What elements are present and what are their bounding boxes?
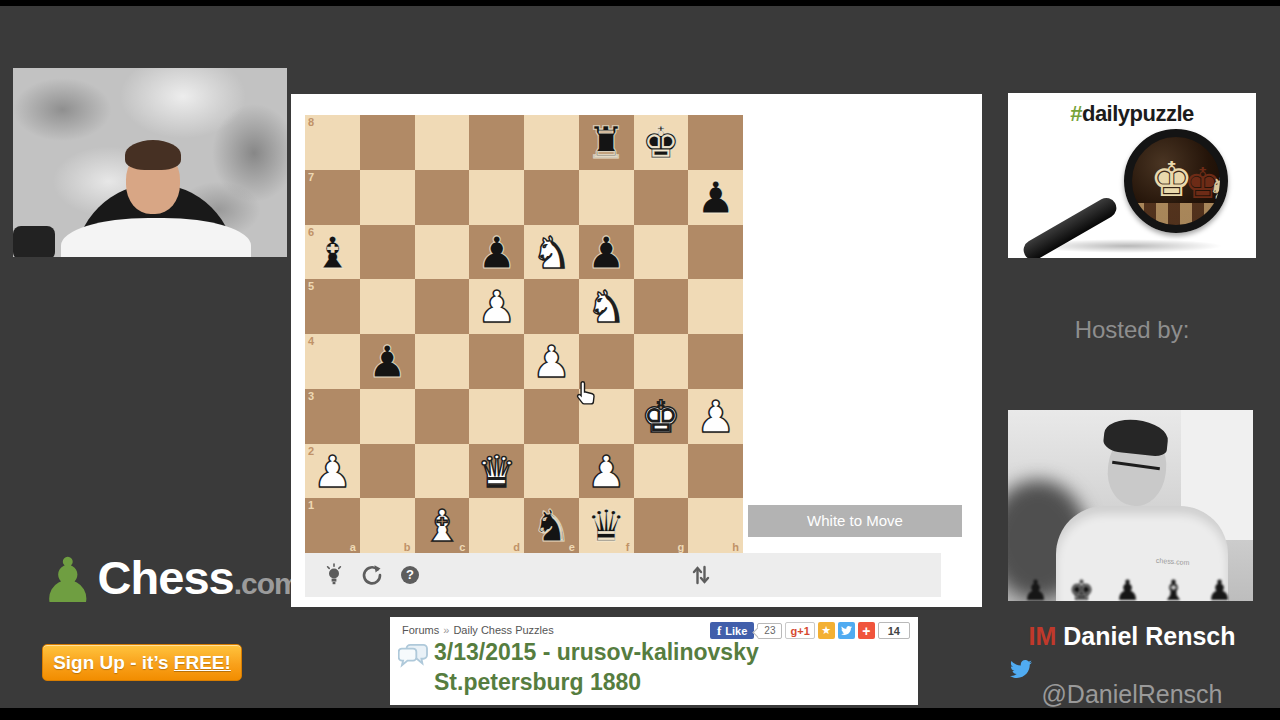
file-label-g: g (678, 541, 685, 553)
signup-label: Sign Up - it’s (53, 652, 174, 673)
dailypuzzle-text: dailypuzzle (1082, 101, 1194, 126)
square-f6[interactable]: ♟ (579, 225, 634, 280)
square-b7[interactable] (360, 170, 415, 225)
square-g1[interactable]: g (634, 498, 689, 553)
letterbox-bottom (0, 708, 1280, 720)
piece-black-pawn-f6[interactable]: ♟ (579, 225, 634, 280)
facebook-f-icon: f (717, 623, 721, 639)
breadcrumb-separator: » (443, 624, 449, 636)
webcam-video (13, 68, 287, 257)
host-photo: chess.com ♟ ♚ ♟ ♝ ♟ (1008, 410, 1253, 601)
hosted-by-label: Hosted by: (1008, 316, 1256, 344)
square-c7[interactable] (415, 170, 470, 225)
file-label-d: d (513, 541, 520, 553)
social-share-row: f Like 23 g+1 ★ + 14 (710, 622, 910, 639)
square-h3[interactable]: ♟ (688, 389, 743, 444)
dailypuzzle-card: #dailypuzzle ♚ ♚ ♞ (1008, 93, 1256, 258)
dailypuzzle-tag: #dailypuzzle (1008, 101, 1256, 127)
rank-label-5: 5 (308, 280, 314, 292)
piece-white-pawn-e4[interactable]: ♟ (524, 334, 579, 389)
square-d5[interactable]: ♟ (469, 279, 524, 334)
twitter-handle: @DanielRensch (1041, 680, 1222, 708)
square-c5[interactable] (415, 279, 470, 334)
signup-button[interactable]: Sign Up - it’s FREE! (42, 644, 242, 681)
hashtag-symbol: # (1070, 101, 1082, 126)
square-g4[interactable] (634, 334, 689, 389)
square-g6[interactable] (634, 225, 689, 280)
forum-bar: Forums»Daily Chess Puzzles f Like 23 g+1… (390, 617, 918, 705)
reset-refresh-icon[interactable] (361, 563, 383, 587)
square-a7[interactable]: 7 (305, 170, 360, 225)
host-title: IM (1028, 622, 1056, 650)
square-e6[interactable]: ♞ (524, 225, 579, 280)
board-toolbar: ? (305, 553, 941, 597)
piece-black-queen-f1[interactable]: ♛ (579, 498, 634, 553)
square-a5[interactable]: 5 (305, 279, 360, 334)
square-e5[interactable] (524, 279, 579, 334)
square-h7[interactable]: ♟ (688, 170, 743, 225)
like-count: 23 (757, 623, 782, 639)
file-label-a: a (350, 541, 356, 553)
piece-black-king-g8[interactable]: ♚ (634, 115, 689, 170)
square-d4[interactable] (469, 334, 524, 389)
piece-white-knight-e6[interactable]: ♞ (524, 225, 579, 280)
square-d1[interactable]: d (469, 498, 524, 553)
piece-white-bishop-c1[interactable]: ♝ (415, 498, 470, 553)
host-name-line: IM Daniel Rensch (1008, 622, 1256, 651)
twitter-bird-icon (841, 625, 852, 636)
square-h2[interactable] (688, 444, 743, 499)
square-d7[interactable] (469, 170, 524, 225)
breadcrumb-section-link[interactable]: Daily Chess Puzzles (453, 624, 553, 636)
share-count: 14 (878, 622, 910, 639)
question-glyph: ? (401, 566, 419, 584)
square-a2[interactable]: 2♟ (305, 444, 360, 499)
square-b1[interactable]: b (360, 498, 415, 553)
letterbox-top (0, 0, 1280, 6)
star-icon: ★ (821, 624, 831, 637)
square-c1[interactable]: c♝ (415, 498, 470, 553)
file-label-b: b (404, 541, 411, 553)
rank-label-1: 1 (308, 499, 314, 511)
favorite-star-button[interactable]: ★ (818, 622, 835, 639)
square-d2[interactable]: ♛ (469, 444, 524, 499)
help-question-icon[interactable]: ? (399, 563, 421, 587)
file-label-h: h (732, 541, 739, 553)
square-e7[interactable] (524, 170, 579, 225)
square-c8[interactable] (415, 115, 470, 170)
piece-white-pawn-a2[interactable]: ♟ (305, 444, 360, 499)
square-c2[interactable] (415, 444, 470, 499)
square-h4[interactable] (688, 334, 743, 389)
magnifier-lens: ♚ ♚ ♞ (1124, 129, 1228, 233)
puzzle-title-line2: St.petersburg 1880 (434, 669, 641, 696)
rank-label-3: 3 (308, 390, 314, 402)
square-f7[interactable] (579, 170, 634, 225)
square-b3[interactable] (360, 389, 415, 444)
piece-white-pawn-f2[interactable]: ♟ (579, 444, 634, 499)
square-a4[interactable]: 4 (305, 334, 360, 389)
puzzle-panel: 8♜♚7♟6♝♟♞♟5♟♞4♟♟3♚♟2♟♛♟1abc♝de♞f♛gh Whit… (291, 94, 982, 607)
mouse-cursor (573, 379, 599, 409)
rank-label-7: 7 (308, 171, 314, 183)
status-badge: White to Move (748, 505, 962, 537)
hint-lightbulb-icon[interactable] (323, 563, 345, 587)
square-c3[interactable] (415, 389, 470, 444)
rank-label-4: 4 (308, 335, 314, 347)
signup-free-label: FREE! (174, 652, 231, 673)
square-e1[interactable]: e♞ (524, 498, 579, 553)
square-e2[interactable] (524, 444, 579, 499)
square-d8[interactable] (469, 115, 524, 170)
twitter-bird-icon-large (1008, 658, 1034, 680)
square-c6[interactable] (415, 225, 470, 280)
piece-white-king-g3[interactable]: ♚ (634, 389, 689, 444)
puzzle-title-line1: 3/13/2015 - urusov-kalinovsky (434, 639, 759, 666)
host-name: Daniel Rensch (1063, 622, 1235, 650)
piece-black-bishop-a6[interactable]: ♝ (305, 225, 360, 280)
chair-armrest (13, 226, 55, 257)
square-d6[interactable]: ♟ (469, 225, 524, 280)
square-e8[interactable] (524, 115, 579, 170)
sharethis-plus-button[interactable]: + (858, 622, 875, 639)
square-b6[interactable] (360, 225, 415, 280)
square-g2[interactable] (634, 444, 689, 499)
square-h8[interactable] (688, 115, 743, 170)
square-a8[interactable]: 8 (305, 115, 360, 170)
square-f2[interactable]: ♟ (579, 444, 634, 499)
square-g3[interactable]: ♚ (634, 389, 689, 444)
piece-white-pawn-d5[interactable]: ♟ (469, 279, 524, 334)
chess-board[interactable]: 8♜♚7♟6♝♟♞♟5♟♞4♟♟3♚♟2♟♛♟1abc♝de♞f♛gh (305, 115, 743, 553)
square-g5[interactable] (634, 279, 689, 334)
square-d3[interactable] (469, 389, 524, 444)
forum-topic-bubble-icon (398, 643, 430, 669)
square-b5[interactable] (360, 279, 415, 334)
piece-white-knight-f5[interactable]: ♞ (579, 279, 634, 334)
chesscom-tld: .com (234, 567, 300, 601)
presenter-hair (125, 140, 181, 170)
square-b4[interactable]: ♟ (360, 334, 415, 389)
square-b8[interactable] (360, 115, 415, 170)
square-e3[interactable] (524, 389, 579, 444)
chesscom-wordmark: Chess (98, 550, 234, 605)
piece-black-pawn-h7[interactable]: ♟ (688, 170, 743, 225)
breadcrumb: Forums»Daily Chess Puzzles (402, 624, 554, 636)
piece-black-rook-f8[interactable]: ♜ (579, 115, 634, 170)
square-a1[interactable]: 1a (305, 498, 360, 553)
square-g8[interactable]: ♚ (634, 115, 689, 170)
piece-white-pawn-h3[interactable]: ♟ (688, 389, 743, 444)
chesscom-pawn-icon: ♟ (40, 550, 96, 612)
square-h5[interactable] (688, 279, 743, 334)
square-a6[interactable]: 6♝ (305, 225, 360, 280)
lens-knight-icon: ♞ (1208, 171, 1228, 206)
facebook-like-button[interactable]: f Like (710, 622, 754, 639)
square-g7[interactable] (634, 170, 689, 225)
square-b2[interactable] (360, 444, 415, 499)
like-label: Like (725, 625, 747, 637)
twitter-handle-line: @DanielRensch (1008, 658, 1256, 709)
square-e4[interactable]: ♟ (524, 334, 579, 389)
square-c4[interactable] (415, 334, 470, 389)
piece-black-pawn-d6[interactable]: ♟ (469, 225, 524, 280)
chesscom-logo[interactable]: ♟ Chess .com (40, 550, 300, 612)
square-a3[interactable]: 3 (305, 389, 360, 444)
plus-icon: + (862, 623, 870, 639)
photo-chess-pieces: ♟ ♚ ♟ ♝ ♟ (1008, 574, 1253, 601)
square-h1[interactable]: h (688, 498, 743, 553)
square-f5[interactable]: ♞ (579, 279, 634, 334)
square-h6[interactable] (688, 225, 743, 280)
piece-white-queen-d2[interactable]: ♛ (469, 444, 524, 499)
video-frame: ♟ Chess .com Sign Up - it’s FREE! 8♜♚7♟6… (0, 0, 1280, 720)
twitter-share-button[interactable] (838, 622, 855, 639)
piece-black-knight-e1[interactable]: ♞ (524, 498, 579, 553)
square-f8[interactable]: ♜ (579, 115, 634, 170)
piece-black-pawn-b4[interactable]: ♟ (360, 334, 415, 389)
square-f1[interactable]: f♛ (579, 498, 634, 553)
googleplus-button[interactable]: g+1 (785, 622, 814, 639)
flip-board-icon[interactable] (690, 563, 712, 587)
breadcrumb-forums-link[interactable]: Forums (402, 624, 439, 636)
rank-label-8: 8 (308, 116, 314, 128)
